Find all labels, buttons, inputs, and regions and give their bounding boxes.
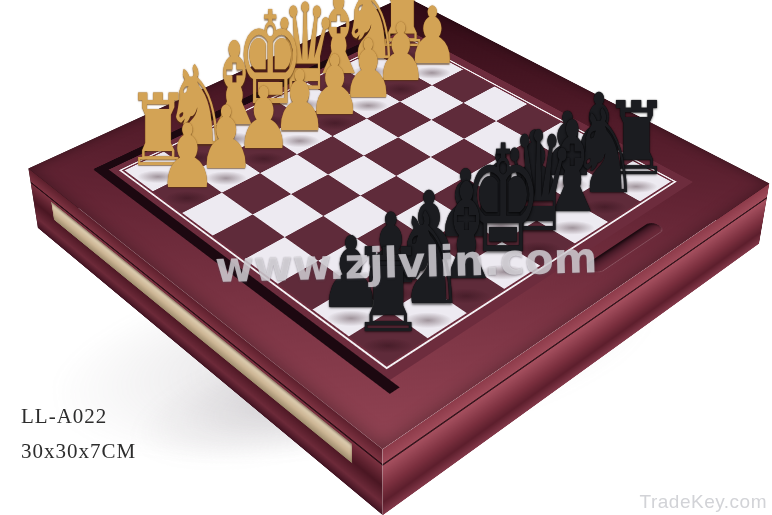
site-watermark: TradeKey.com (640, 491, 767, 513)
product-model-label: LL-A022 (21, 404, 107, 429)
product-dimensions-label: 30x30x7CM (21, 439, 136, 464)
perspective-wrapper (0, 0, 772, 515)
product-photo: ♜♞♝♚♛♝♞♜♟♟♟♟♟♟♟♟♟♟♟♟♟♟♟♟♜♞♝♚♛♝♞♜ www.zjl… (0, 0, 772, 515)
